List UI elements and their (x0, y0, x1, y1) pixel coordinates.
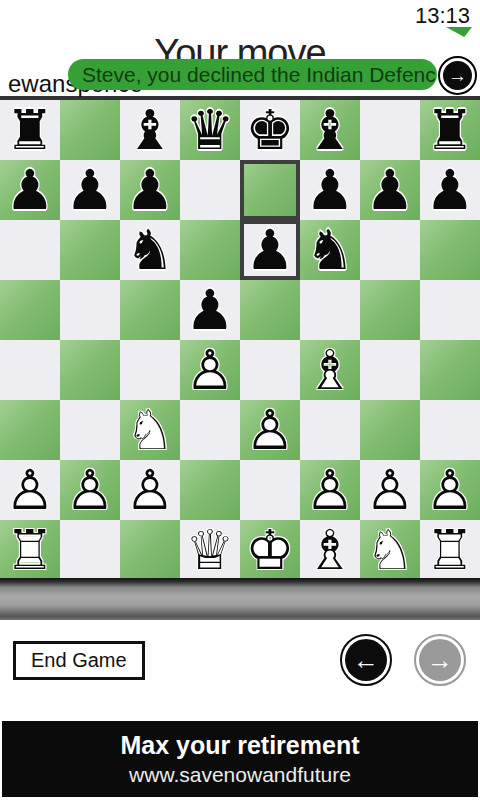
notification-open-button[interactable]: → (438, 56, 477, 95)
previous-move-button[interactable]: ← (340, 634, 392, 686)
square-h3[interactable] (420, 400, 480, 460)
notification-bubble[interactable]: Steve, you declined the Indian Defenc... (68, 59, 437, 90)
white-q-piece: ♕ (180, 520, 240, 580)
arrow-right-icon: → (427, 645, 453, 676)
ad-headline: Max your retirement (2, 731, 478, 760)
notification-message: Steve, you declined the Indian Defenc... (68, 63, 437, 87)
white-p-piece: ♙ (240, 400, 300, 460)
black-b-piece: ♝ (300, 100, 360, 160)
black-k-piece: ♚ (240, 100, 300, 160)
square-d5[interactable]: ♟ (180, 280, 240, 340)
black-p-piece: ♟ (180, 280, 240, 340)
square-a5[interactable] (0, 280, 60, 340)
square-e8[interactable]: ♚ (240, 100, 300, 160)
white-n-piece: ♘ (120, 400, 180, 460)
square-h5[interactable] (420, 280, 480, 340)
square-c2[interactable]: ♟♙ (120, 460, 180, 520)
app-screen: 13:13 Your move ewanspence Steve, you de… (0, 0, 480, 800)
square-c4[interactable] (120, 340, 180, 400)
square-e7[interactable] (240, 160, 300, 220)
square-e2[interactable] (240, 460, 300, 520)
square-c8[interactable]: ♝ (120, 100, 180, 160)
black-r-piece: ♜ (420, 100, 480, 160)
square-g4[interactable] (360, 340, 420, 400)
next-move-button[interactable]: → (414, 634, 466, 686)
square-b5[interactable] (60, 280, 120, 340)
square-h8[interactable]: ♜ (420, 100, 480, 160)
black-p-piece: ♟ (300, 160, 360, 220)
square-b3[interactable] (60, 400, 120, 460)
white-p-piece: ♙ (300, 460, 360, 520)
square-e5[interactable] (240, 280, 300, 340)
square-g1[interactable]: ♞♘ (360, 520, 420, 580)
black-q-piece: ♛ (180, 100, 240, 160)
status-clock: 13:13 (415, 3, 470, 29)
white-b-piece: ♗ (300, 520, 360, 580)
black-r-piece: ♜ (0, 100, 60, 160)
square-c3[interactable]: ♞♘ (120, 400, 180, 460)
square-f1[interactable]: ♝♗ (300, 520, 360, 580)
square-d8[interactable]: ♛ (180, 100, 240, 160)
black-p-piece: ♟ (120, 160, 180, 220)
square-a1[interactable]: ♜♖ (0, 520, 60, 580)
black-p-piece: ♟ (360, 160, 420, 220)
square-h7[interactable]: ♟ (420, 160, 480, 220)
board-bottom-divider (0, 578, 480, 620)
ad-url: www.savenowandfuture (2, 763, 478, 787)
square-f3[interactable] (300, 400, 360, 460)
white-n-piece: ♘ (360, 520, 420, 580)
white-b-piece: ♗ (300, 340, 360, 400)
white-n-piece: ♞ (120, 400, 180, 460)
ad-banner[interactable]: Max your retirement www.savenowandfuture (2, 721, 478, 797)
square-g3[interactable] (360, 400, 420, 460)
white-n-piece: ♞ (360, 520, 420, 580)
white-p-piece: ♙ (360, 460, 420, 520)
square-g8[interactable] (360, 100, 420, 160)
square-a7[interactable]: ♟ (0, 160, 60, 220)
white-p-piece: ♙ (60, 460, 120, 520)
arrow-right-icon: → (448, 65, 467, 87)
black-p-piece: ♟ (60, 160, 120, 220)
white-k-piece: ♚ (240, 520, 300, 580)
white-p-piece: ♟ (120, 460, 180, 520)
square-d7[interactable] (180, 160, 240, 220)
white-p-piece: ♟ (240, 400, 300, 460)
square-b2[interactable]: ♟♙ (60, 460, 120, 520)
white-q-piece: ♛ (180, 520, 240, 580)
square-a8[interactable]: ♜ (0, 100, 60, 160)
square-f2[interactable]: ♟♙ (300, 460, 360, 520)
square-c6[interactable]: ♞ (120, 220, 180, 280)
square-f4[interactable]: ♝♗ (300, 340, 360, 400)
white-p-piece: ♟ (0, 460, 60, 520)
square-c5[interactable] (120, 280, 180, 340)
white-b-piece: ♝ (300, 340, 360, 400)
white-p-piece: ♙ (0, 460, 60, 520)
square-e3[interactable]: ♟♙ (240, 400, 300, 460)
square-h6[interactable] (420, 220, 480, 280)
square-a3[interactable] (0, 400, 60, 460)
square-b7[interactable]: ♟ (60, 160, 120, 220)
black-n-piece: ♞ (120, 220, 180, 280)
white-p-piece: ♟ (360, 460, 420, 520)
square-a6[interactable] (0, 220, 60, 280)
square-b4[interactable] (60, 340, 120, 400)
square-g5[interactable] (360, 280, 420, 340)
white-p-piece: ♟ (180, 340, 240, 400)
white-k-piece: ♔ (240, 520, 300, 580)
white-r-piece: ♖ (420, 520, 480, 580)
square-f6[interactable]: ♞ (300, 220, 360, 280)
black-p-piece: ♟ (420, 160, 480, 220)
square-d2[interactable] (180, 460, 240, 520)
square-e6[interactable]: ♟ (240, 220, 300, 280)
white-r-piece: ♜ (0, 520, 60, 580)
square-f8[interactable]: ♝ (300, 100, 360, 160)
white-r-piece: ♜ (420, 520, 480, 580)
square-h1[interactable]: ♜♖ (420, 520, 480, 580)
white-b-piece: ♝ (300, 520, 360, 580)
white-p-piece: ♙ (180, 340, 240, 400)
square-e4[interactable] (240, 340, 300, 400)
square-g2[interactable]: ♟♙ (360, 460, 420, 520)
white-p-piece: ♟ (420, 460, 480, 520)
square-d6[interactable] (180, 220, 240, 280)
black-p-piece: ♟ (0, 160, 60, 220)
square-c1[interactable] (120, 520, 180, 580)
square-f5[interactable] (300, 280, 360, 340)
black-n-piece: ♞ (300, 220, 360, 280)
white-p-piece: ♟ (60, 460, 120, 520)
square-c7[interactable]: ♟ (120, 160, 180, 220)
square-d4[interactable]: ♟♙ (180, 340, 240, 400)
arrow-left-icon: ← (353, 645, 379, 676)
square-g6[interactable] (360, 220, 420, 280)
square-h2[interactable]: ♟♙ (420, 460, 480, 520)
white-p-piece: ♙ (420, 460, 480, 520)
square-e1[interactable]: ♚♔ (240, 520, 300, 580)
square-a2[interactable]: ♟♙ (0, 460, 60, 520)
square-b6[interactable] (60, 220, 120, 280)
black-b-piece: ♝ (120, 100, 180, 160)
chess-board[interactable]: ♜♝♛♚♝♜♟♟♟♟♟♟♞♟♞♟♟♙♝♗♞♘♟♙♟♙♟♙♟♙♟♙♟♙♟♙♜♖♛♕… (0, 100, 480, 580)
white-r-piece: ♖ (0, 520, 60, 580)
end-game-button[interactable]: End Game (13, 641, 145, 680)
square-g7[interactable]: ♟ (360, 160, 420, 220)
square-f7[interactable]: ♟ (300, 160, 360, 220)
white-p-piece: ♟ (300, 460, 360, 520)
square-b8[interactable] (60, 100, 120, 160)
square-d1[interactable]: ♛♕ (180, 520, 240, 580)
square-h4[interactable] (420, 340, 480, 400)
white-p-piece: ♙ (120, 460, 180, 520)
square-d3[interactable] (180, 400, 240, 460)
black-p-piece: ♟ (240, 220, 300, 280)
square-b1[interactable] (60, 520, 120, 580)
square-a4[interactable] (0, 340, 60, 400)
